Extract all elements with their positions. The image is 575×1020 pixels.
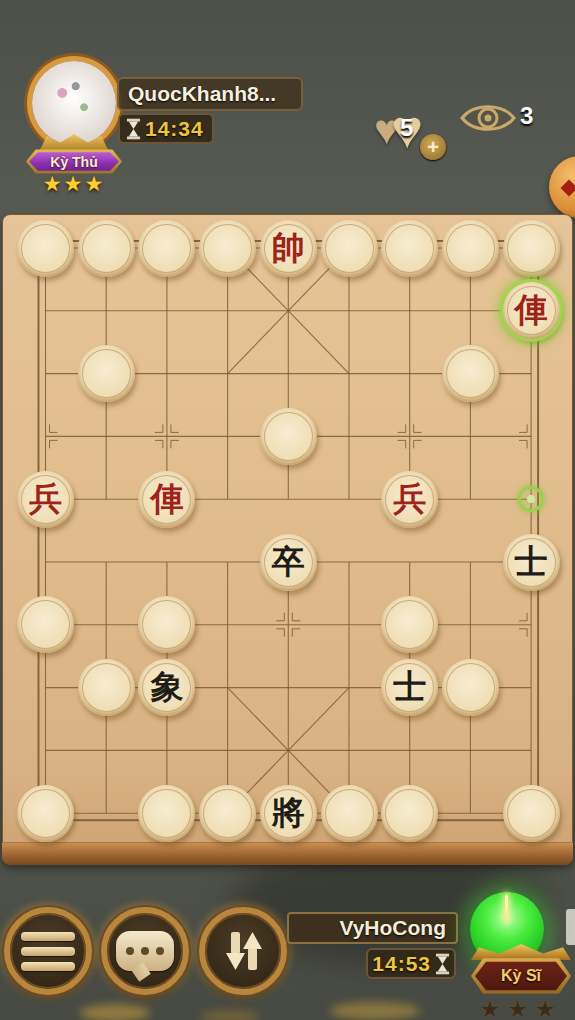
hidden-piece-face — [82, 224, 131, 273]
piece-f8r1-俥[interactable]: 俥 — [503, 282, 560, 339]
piece-f1r2-hidden[interactable] — [78, 345, 135, 402]
watchers-count: 3 — [520, 102, 533, 130]
piece-character: 士 — [515, 545, 548, 580]
chat-icon — [116, 931, 174, 971]
piece-character: 象 — [150, 670, 183, 705]
hearts-count: 5 — [400, 114, 413, 142]
bottom-player-timer: 14:53 — [366, 948, 456, 979]
piece-f6r9-hidden[interactable] — [381, 785, 438, 842]
piece-f4r5-卒[interactable]: 卒 — [260, 534, 317, 591]
top-player-timer: 14:34 — [118, 113, 214, 144]
piece-character: 帥 — [272, 231, 305, 266]
piece-f6r0-hidden[interactable] — [381, 220, 438, 277]
panel-fragment — [566, 909, 575, 945]
piece-f1r0-hidden[interactable] — [78, 220, 135, 277]
piece-character: 士 — [393, 670, 426, 705]
hidden-piece-face — [82, 349, 131, 398]
piece-character: 兵 — [393, 482, 426, 517]
piece-f0r0-hidden[interactable] — [17, 220, 74, 277]
red-mark — [561, 180, 575, 197]
piece-f7r7-hidden[interactable] — [442, 659, 499, 716]
piece-f3r9-hidden[interactable] — [199, 785, 256, 842]
piece-f4r3-hidden[interactable] — [260, 408, 317, 465]
hidden-piece-face — [385, 600, 434, 649]
bottom-player-rank-banner: Kỳ Sĩ — [471, 955, 571, 997]
chat-button[interactable] — [101, 907, 189, 995]
piece-f3r0-hidden[interactable] — [199, 220, 256, 277]
piece-f6r7-士[interactable]: 士 — [381, 659, 438, 716]
hidden-piece-face — [142, 789, 191, 838]
top-player-rank-banner: Kỳ Thủ — [26, 148, 122, 175]
bottom-player-stars: ★★★ — [471, 996, 571, 1020]
piece-f7r0-hidden[interactable] — [442, 220, 499, 277]
piece-f2r4-俥[interactable]: 俥 — [138, 471, 195, 528]
piece-f5r9-hidden[interactable] — [321, 785, 378, 842]
hearts-widget: ♥ ♥ 5 + — [374, 98, 452, 164]
hidden-piece-face — [142, 224, 191, 273]
piece-f0r9-hidden[interactable] — [17, 785, 74, 842]
piece-character: 卒 — [272, 545, 305, 580]
avatar-image — [32, 61, 116, 145]
board-edge — [2, 842, 573, 865]
piece-character: 將 — [272, 796, 305, 831]
bottom-player-rank-label: Kỳ Sĩ — [475, 959, 567, 993]
menu-icon — [21, 932, 75, 971]
piece-character: 俥 — [150, 482, 183, 517]
hidden-piece-face — [385, 224, 434, 273]
top-player-avatar[interactable]: Kỳ Thủ ★★★ — [12, 56, 114, 181]
piece-face: 象 — [142, 663, 191, 712]
swap-arrows-icon — [217, 925, 269, 977]
piece-f6r4-兵[interactable]: 兵 — [381, 471, 438, 528]
piece-f8r9-hidden[interactable] — [503, 785, 560, 842]
hidden-piece-face — [21, 600, 70, 649]
hourglass-icon — [126, 118, 141, 140]
top-player-stars: ★★★ — [26, 172, 122, 196]
hidden-piece-face — [507, 789, 556, 838]
game-screen: Kỳ Thủ ★★★ QuocKhanh8... 14:34 ♥ ♥ 5 + 3… — [0, 0, 575, 1020]
piece-face: 俥 — [507, 286, 556, 335]
piece-f0r4-兵[interactable]: 兵 — [17, 471, 74, 528]
piece-face: 兵 — [21, 475, 70, 524]
eye-icon — [460, 100, 516, 136]
hidden-piece-face — [82, 663, 131, 712]
hidden-piece-face — [264, 412, 313, 461]
sparkle — [505, 894, 508, 922]
background-glint — [330, 1002, 420, 1020]
piece-character: 俥 — [515, 293, 548, 328]
top-player-rank-label: Kỳ Thủ — [29, 151, 119, 172]
add-heart-button[interactable]: + — [420, 134, 446, 160]
piece-face: 俥 — [142, 475, 191, 524]
hidden-piece-face — [446, 224, 495, 273]
background-glint — [200, 1010, 260, 1020]
hidden-piece-face — [21, 789, 70, 838]
piece-f1r7-hidden[interactable] — [78, 659, 135, 716]
top-player-time: 14:34 — [145, 117, 204, 141]
piece-f5r0-hidden[interactable] — [321, 220, 378, 277]
piece-face: 將 — [264, 789, 313, 838]
piece-character: 兵 — [29, 482, 62, 517]
piece-f2r9-hidden[interactable] — [138, 785, 195, 842]
piece-face: 兵 — [385, 475, 434, 524]
hidden-piece-face — [203, 224, 252, 273]
hidden-piece-face — [385, 789, 434, 838]
piece-face: 士 — [385, 663, 434, 712]
piece-f8r5-士[interactable]: 士 — [503, 534, 560, 591]
hidden-piece-face — [21, 224, 70, 273]
piece-face: 士 — [507, 538, 556, 587]
piece-f0r6-hidden[interactable] — [17, 596, 74, 653]
piece-f2r0-hidden[interactable] — [138, 220, 195, 277]
floating-orange-button[interactable] — [549, 156, 575, 218]
hourglass-icon — [435, 953, 450, 975]
top-player-name: QuocKhanh8... — [117, 77, 303, 111]
piece-face: 卒 — [264, 538, 313, 587]
piece-face: 帥 — [264, 224, 313, 273]
swap-button[interactable] — [199, 907, 287, 995]
piece-f7r2-hidden[interactable] — [442, 345, 499, 402]
hidden-piece-face — [203, 789, 252, 838]
hidden-piece-face — [446, 663, 495, 712]
watchers-widget: 3 — [460, 100, 546, 140]
hidden-piece-face — [325, 789, 374, 838]
hidden-piece-face — [446, 349, 495, 398]
piece-f4r9-將[interactable]: 將 — [260, 785, 317, 842]
piece-f8r0-hidden[interactable] — [503, 220, 560, 277]
hidden-piece-face — [142, 600, 191, 649]
menu-button[interactable] — [4, 907, 92, 995]
background-glint — [80, 1004, 150, 1020]
bottom-player-name: VyHoCong — [287, 912, 458, 944]
hidden-piece-face — [325, 224, 374, 273]
hidden-piece-face — [507, 224, 556, 273]
piece-f4r0-帥[interactable]: 帥 — [260, 220, 317, 277]
bottom-player-time: 14:53 — [372, 952, 431, 976]
